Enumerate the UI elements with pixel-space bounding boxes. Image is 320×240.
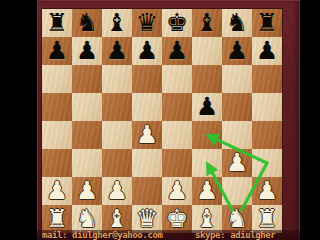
piece-black-pawn-c7[interactable]: ♟: [106, 37, 128, 65]
contact-skype-text: skype: adiulgher: [195, 230, 275, 240]
square-e7[interactable]: ♟: [162, 37, 192, 65]
piece-white-bishop-c1[interactable]: ♝: [106, 205, 128, 233]
square-c5[interactable]: [102, 93, 132, 121]
square-h2[interactable]: ♟: [252, 177, 282, 205]
piece-black-pawn-a7[interactable]: ♟: [46, 37, 68, 65]
piece-black-pawn-g7[interactable]: ♟: [226, 37, 248, 65]
piece-black-pawn-e7[interactable]: ♟: [166, 37, 188, 65]
square-f4[interactable]: [192, 121, 222, 149]
square-b1[interactable]: ♞: [72, 205, 102, 233]
square-g1[interactable]: ♞: [222, 205, 252, 233]
square-b4[interactable]: [72, 121, 102, 149]
piece-white-pawn-e2[interactable]: ♟: [166, 177, 188, 205]
square-g7[interactable]: ♟: [222, 37, 252, 65]
square-b8[interactable]: ♞: [72, 9, 102, 37]
square-h1[interactable]: ♜: [252, 205, 282, 233]
square-b5[interactable]: [72, 93, 102, 121]
square-d6[interactable]: [132, 65, 162, 93]
square-f1[interactable]: ♝: [192, 205, 222, 233]
piece-white-bishop-f1[interactable]: ♝: [196, 205, 218, 233]
square-a3[interactable]: [42, 149, 72, 177]
square-h8[interactable]: ♜: [252, 9, 282, 37]
square-b6[interactable]: [72, 65, 102, 93]
contact-bar: mail: diulgher@yahoo.com skype: adiulghe…: [37, 230, 300, 240]
square-a4[interactable]: [42, 121, 72, 149]
square-h5[interactable]: [252, 93, 282, 121]
square-e3[interactable]: [162, 149, 192, 177]
square-d3[interactable]: [132, 149, 162, 177]
piece-white-pawn-b2[interactable]: ♟: [76, 177, 98, 205]
square-e6[interactable]: [162, 65, 192, 93]
square-g5[interactable]: [222, 93, 252, 121]
piece-black-pawn-f5[interactable]: ♟: [196, 93, 218, 121]
square-f6[interactable]: [192, 65, 222, 93]
square-g2[interactable]: [222, 177, 252, 205]
square-f8[interactable]: ♝: [192, 9, 222, 37]
square-b2[interactable]: ♟: [72, 177, 102, 205]
square-f7[interactable]: [192, 37, 222, 65]
piece-white-queen-d1[interactable]: ♛: [136, 205, 158, 233]
square-f5[interactable]: ♟: [192, 93, 222, 121]
square-d5[interactable]: [132, 93, 162, 121]
square-a8[interactable]: ♜: [42, 9, 72, 37]
square-e5[interactable]: [162, 93, 192, 121]
chess-board: ♜♞♝♛♚♝♞♜♟♟♟♟♟♟♟♟♟♟♟♟♟♟♟♟♜♞♝♛♚♝♞♜: [42, 9, 282, 233]
contact-mail-text: mail: diulgher@yahoo.com: [42, 230, 162, 240]
square-a7[interactable]: ♟: [42, 37, 72, 65]
board-frame: ♜♞♝♛♚♝♞♜♟♟♟♟♟♟♟♟♟♟♟♟♟♟♟♟♜♞♝♛♚♝♞♜ mail: d…: [37, 0, 300, 240]
square-c7[interactable]: ♟: [102, 37, 132, 65]
piece-white-pawn-f2[interactable]: ♟: [196, 177, 218, 205]
square-c3[interactable]: [102, 149, 132, 177]
video-frame: ♜♞♝♛♚♝♞♜♟♟♟♟♟♟♟♟♟♟♟♟♟♟♟♟♜♞♝♛♚♝♞♜ mail: d…: [0, 0, 320, 240]
piece-white-king-e1[interactable]: ♚: [166, 205, 188, 233]
square-g3[interactable]: ♟: [222, 149, 252, 177]
square-d1[interactable]: ♛: [132, 205, 162, 233]
piece-white-knight-b1[interactable]: ♞: [76, 205, 98, 233]
square-f3[interactable]: [192, 149, 222, 177]
square-d8[interactable]: ♛: [132, 9, 162, 37]
piece-white-rook-a1[interactable]: ♜: [46, 205, 68, 233]
square-b7[interactable]: ♟: [72, 37, 102, 65]
piece-black-bishop-f8[interactable]: ♝: [196, 9, 218, 37]
square-c1[interactable]: ♝: [102, 205, 132, 233]
square-h4[interactable]: [252, 121, 282, 149]
piece-black-pawn-h7[interactable]: ♟: [256, 37, 278, 65]
square-e4[interactable]: [162, 121, 192, 149]
piece-black-bishop-c8[interactable]: ♝: [106, 9, 128, 37]
square-a2[interactable]: ♟: [42, 177, 72, 205]
piece-white-pawn-d4[interactable]: ♟: [136, 121, 158, 149]
square-h6[interactable]: [252, 65, 282, 93]
square-b3[interactable]: [72, 149, 102, 177]
square-c6[interactable]: [102, 65, 132, 93]
square-f2[interactable]: ♟: [192, 177, 222, 205]
piece-black-knight-g8[interactable]: ♞: [226, 9, 248, 37]
square-g8[interactable]: ♞: [222, 9, 252, 37]
square-c4[interactable]: [102, 121, 132, 149]
square-e2[interactable]: ♟: [162, 177, 192, 205]
square-a5[interactable]: [42, 93, 72, 121]
square-e1[interactable]: ♚: [162, 205, 192, 233]
piece-black-pawn-b7[interactable]: ♟: [76, 37, 98, 65]
square-h7[interactable]: ♟: [252, 37, 282, 65]
piece-black-rook-h8[interactable]: ♜: [256, 9, 278, 37]
piece-white-pawn-g3[interactable]: ♟: [226, 149, 248, 177]
piece-white-rook-h1[interactable]: ♜: [256, 205, 278, 233]
piece-black-king-e8[interactable]: ♚: [166, 9, 188, 37]
square-h3[interactable]: [252, 149, 282, 177]
piece-white-pawn-c2[interactable]: ♟: [106, 177, 128, 205]
piece-black-knight-b8[interactable]: ♞: [76, 9, 98, 37]
square-d2[interactable]: [132, 177, 162, 205]
square-c2[interactable]: ♟: [102, 177, 132, 205]
piece-black-pawn-d7[interactable]: ♟: [136, 37, 158, 65]
square-g4[interactable]: [222, 121, 252, 149]
square-d4[interactable]: ♟: [132, 121, 162, 149]
piece-white-pawn-a2[interactable]: ♟: [46, 177, 68, 205]
piece-white-pawn-h2[interactable]: ♟: [256, 177, 278, 205]
square-a1[interactable]: ♜: [42, 205, 72, 233]
piece-black-queen-d8[interactable]: ♛: [136, 9, 158, 37]
square-a6[interactable]: [42, 65, 72, 93]
piece-black-rook-a8[interactable]: ♜: [46, 9, 68, 37]
square-g6[interactable]: [222, 65, 252, 93]
piece-white-knight-g1[interactable]: ♞: [226, 205, 248, 233]
square-d7[interactable]: ♟: [132, 37, 162, 65]
square-c8[interactable]: ♝: [102, 9, 132, 37]
square-e8[interactable]: ♚: [162, 9, 192, 37]
